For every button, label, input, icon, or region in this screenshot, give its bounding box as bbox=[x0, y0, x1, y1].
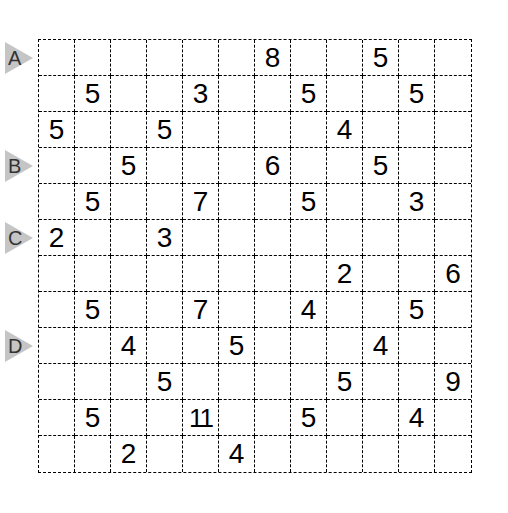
cell-r11c12[interactable] bbox=[435, 400, 471, 436]
clue-cell-r9c3[interactable]: 4 bbox=[111, 328, 147, 364]
cell-r4c9[interactable] bbox=[327, 148, 363, 184]
clue-cell-r11c5[interactable]: 11 bbox=[183, 400, 219, 436]
cell-r7c11[interactable] bbox=[399, 256, 435, 292]
cell-r5c1[interactable] bbox=[39, 184, 75, 220]
clue-cell-r2c5[interactable]: 3 bbox=[183, 76, 219, 112]
cell-r7c5[interactable] bbox=[183, 256, 219, 292]
row-marker-label: B bbox=[8, 155, 21, 178]
clue-cell-r9c6[interactable]: 5 bbox=[219, 328, 255, 364]
cell-r4c5[interactable] bbox=[183, 148, 219, 184]
cell-r4c4[interactable] bbox=[147, 148, 183, 184]
cell-r8c6[interactable] bbox=[219, 292, 255, 328]
cell-r11c3[interactable] bbox=[111, 400, 147, 436]
clue-cell-r6c4[interactable]: 3 bbox=[147, 220, 183, 256]
cell-r1c3[interactable] bbox=[111, 40, 147, 76]
cell-r3c12[interactable] bbox=[435, 112, 471, 148]
cell-r10c7[interactable] bbox=[255, 364, 291, 400]
clue-cell-r11c8[interactable]: 5 bbox=[291, 400, 327, 436]
cell-r1c9[interactable] bbox=[327, 40, 363, 76]
cell-r7c6[interactable] bbox=[219, 256, 255, 292]
clue-cell-r11c2[interactable]: 5 bbox=[75, 400, 111, 436]
clue-cell-r5c8[interactable]: 5 bbox=[291, 184, 327, 220]
cell-r1c6[interactable] bbox=[219, 40, 255, 76]
row-marker-label: C bbox=[8, 227, 22, 250]
cell-r1c8[interactable] bbox=[291, 40, 327, 76]
cell-r11c10[interactable] bbox=[363, 400, 399, 436]
cell-r9c11[interactable] bbox=[399, 328, 435, 364]
cell-r2c3[interactable] bbox=[111, 76, 147, 112]
cell-r1c4[interactable] bbox=[147, 40, 183, 76]
cell-r6c7[interactable] bbox=[255, 220, 291, 256]
cell-r2c6[interactable] bbox=[219, 76, 255, 112]
cell-r5c12[interactable] bbox=[435, 184, 471, 220]
clue-cell-r2c2[interactable]: 5 bbox=[75, 76, 111, 112]
clue-cell-r2c11[interactable]: 5 bbox=[399, 76, 435, 112]
cell-r9c5[interactable] bbox=[183, 328, 219, 364]
cell-r7c2[interactable] bbox=[75, 256, 111, 292]
clue-cell-r5c11[interactable]: 3 bbox=[399, 184, 435, 220]
cell-r5c10[interactable] bbox=[363, 184, 399, 220]
clue-cell-r3c4[interactable]: 5 bbox=[147, 112, 183, 148]
cell-r12c12[interactable] bbox=[435, 436, 471, 472]
cell-r9c9[interactable] bbox=[327, 328, 363, 364]
clue-cell-r12c3[interactable]: 2 bbox=[111, 436, 147, 472]
cell-r8c1[interactable] bbox=[39, 292, 75, 328]
cell-r7c8[interactable] bbox=[291, 256, 327, 292]
cell-r4c11[interactable] bbox=[399, 148, 435, 184]
cell-r9c1[interactable] bbox=[39, 328, 75, 364]
cell-r1c11[interactable] bbox=[399, 40, 435, 76]
row-marker-d: D bbox=[4, 328, 38, 364]
cell-r7c1[interactable] bbox=[39, 256, 75, 292]
clue-cell-r7c12[interactable]: 6 bbox=[435, 256, 471, 292]
cell-r4c8[interactable] bbox=[291, 148, 327, 184]
cell-r6c3[interactable] bbox=[111, 220, 147, 256]
cell-r9c2[interactable] bbox=[75, 328, 111, 364]
cell-r5c6[interactable] bbox=[219, 184, 255, 220]
clue-cell-r5c2[interactable]: 5 bbox=[75, 184, 111, 220]
clue-cell-r1c7[interactable]: 8 bbox=[255, 40, 291, 76]
cell-r6c6[interactable] bbox=[219, 220, 255, 256]
cell-r6c8[interactable] bbox=[291, 220, 327, 256]
cell-r6c2[interactable] bbox=[75, 220, 111, 256]
cell-r3c8[interactable] bbox=[291, 112, 327, 148]
cell-r10c1[interactable] bbox=[39, 364, 75, 400]
clue-cell-r8c8[interactable]: 4 bbox=[291, 292, 327, 328]
clue-cell-r8c2[interactable]: 5 bbox=[75, 292, 111, 328]
cell-r12c8[interactable] bbox=[291, 436, 327, 472]
row-marker-label: A bbox=[8, 47, 21, 70]
cell-r3c3[interactable] bbox=[111, 112, 147, 148]
cell-r12c4[interactable] bbox=[147, 436, 183, 472]
cell-r10c8[interactable] bbox=[291, 364, 327, 400]
clue-cell-r10c12[interactable]: 9 bbox=[435, 364, 471, 400]
cell-r11c4[interactable] bbox=[147, 400, 183, 436]
cell-r11c9[interactable] bbox=[327, 400, 363, 436]
cell-r8c7[interactable] bbox=[255, 292, 291, 328]
cell-r12c1[interactable] bbox=[39, 436, 75, 472]
cell-r12c10[interactable] bbox=[363, 436, 399, 472]
cell-r12c2[interactable] bbox=[75, 436, 111, 472]
cell-r10c10[interactable] bbox=[363, 364, 399, 400]
cell-r10c5[interactable] bbox=[183, 364, 219, 400]
cell-r1c1[interactable] bbox=[39, 40, 75, 76]
cell-r10c6[interactable] bbox=[219, 364, 255, 400]
clue-cell-r10c9[interactable]: 5 bbox=[327, 364, 363, 400]
cell-r10c3[interactable] bbox=[111, 364, 147, 400]
clue-cell-r4c7[interactable]: 6 bbox=[255, 148, 291, 184]
cell-r10c11[interactable] bbox=[399, 364, 435, 400]
clue-cell-r5c5[interactable]: 7 bbox=[183, 184, 219, 220]
cell-r9c8[interactable] bbox=[291, 328, 327, 364]
cell-r2c4[interactable] bbox=[147, 76, 183, 112]
cell-r11c1[interactable] bbox=[39, 400, 75, 436]
cell-r6c10[interactable] bbox=[363, 220, 399, 256]
cell-r12c5[interactable] bbox=[183, 436, 219, 472]
cell-r2c12[interactable] bbox=[435, 76, 471, 112]
clue-cell-r3c9[interactable]: 4 bbox=[327, 112, 363, 148]
clue-cell-r8c11[interactable]: 5 bbox=[399, 292, 435, 328]
clue-cell-r11c11[interactable]: 4 bbox=[399, 400, 435, 436]
cell-r4c12[interactable] bbox=[435, 148, 471, 184]
cell-r11c6[interactable] bbox=[219, 400, 255, 436]
cell-r12c7[interactable] bbox=[255, 436, 291, 472]
row-marker-a: A bbox=[4, 40, 38, 76]
row-marker-c: C bbox=[4, 220, 38, 256]
cell-r1c2[interactable] bbox=[75, 40, 111, 76]
cell-r5c4[interactable] bbox=[147, 184, 183, 220]
cell-r11c7[interactable] bbox=[255, 400, 291, 436]
cell-r3c10[interactable] bbox=[363, 112, 399, 148]
cell-r7c7[interactable] bbox=[255, 256, 291, 292]
clue-cell-r1c10[interactable]: 5 bbox=[363, 40, 399, 76]
cell-r6c12[interactable] bbox=[435, 220, 471, 256]
cell-r8c12[interactable] bbox=[435, 292, 471, 328]
clue-cell-r10c4[interactable]: 5 bbox=[147, 364, 183, 400]
cell-r9c4[interactable] bbox=[147, 328, 183, 364]
cell-r7c3[interactable] bbox=[111, 256, 147, 292]
cell-r1c5[interactable] bbox=[183, 40, 219, 76]
cell-r3c5[interactable] bbox=[183, 112, 219, 148]
clue-cell-r4c10[interactable]: 5 bbox=[363, 148, 399, 184]
cell-r2c1[interactable] bbox=[39, 76, 75, 112]
cell-r4c2[interactable] bbox=[75, 148, 111, 184]
puzzle-page: 8553555545655753232657454545595115424 AB… bbox=[0, 0, 508, 513]
cell-r4c6[interactable] bbox=[219, 148, 255, 184]
cell-r12c9[interactable] bbox=[327, 436, 363, 472]
cell-r6c11[interactable] bbox=[399, 220, 435, 256]
row-marker-label: D bbox=[8, 335, 22, 358]
clue-cell-r2c8[interactable]: 5 bbox=[291, 76, 327, 112]
cell-r2c9[interactable] bbox=[327, 76, 363, 112]
cell-r3c11[interactable] bbox=[399, 112, 435, 148]
clue-cell-r12c6[interactable]: 4 bbox=[219, 436, 255, 472]
cell-r3c6[interactable] bbox=[219, 112, 255, 148]
cell-r8c4[interactable] bbox=[147, 292, 183, 328]
clue-cell-r7c9[interactable]: 2 bbox=[327, 256, 363, 292]
puzzle-board: 8553555545655753232657454545595115424 bbox=[38, 39, 472, 473]
cell-r3c2[interactable] bbox=[75, 112, 111, 148]
cell-r9c12[interactable] bbox=[435, 328, 471, 364]
cell-r9c7[interactable] bbox=[255, 328, 291, 364]
clue-cell-r3c1[interactable]: 5 bbox=[39, 112, 75, 148]
cell-r7c10[interactable] bbox=[363, 256, 399, 292]
cell-r5c7[interactable] bbox=[255, 184, 291, 220]
clue-cell-r4c3[interactable]: 5 bbox=[111, 148, 147, 184]
cell-r6c5[interactable] bbox=[183, 220, 219, 256]
cell-r6c9[interactable] bbox=[327, 220, 363, 256]
cell-r5c9[interactable] bbox=[327, 184, 363, 220]
clue-cell-r9c10[interactable]: 4 bbox=[363, 328, 399, 364]
cell-r1c12[interactable] bbox=[435, 40, 471, 76]
cell-r7c4[interactable] bbox=[147, 256, 183, 292]
cell-r4c1[interactable] bbox=[39, 148, 75, 184]
clue-cell-r6c1[interactable]: 2 bbox=[39, 220, 75, 256]
cell-r10c2[interactable] bbox=[75, 364, 111, 400]
cell-r2c10[interactable] bbox=[363, 76, 399, 112]
cell-r2c7[interactable] bbox=[255, 76, 291, 112]
cell-r8c9[interactable] bbox=[327, 292, 363, 328]
cell-r3c7[interactable] bbox=[255, 112, 291, 148]
cell-r8c10[interactable] bbox=[363, 292, 399, 328]
row-marker-b: B bbox=[4, 148, 38, 184]
cell-r12c11[interactable] bbox=[399, 436, 435, 472]
cell-r5c3[interactable] bbox=[111, 184, 147, 220]
cell-r8c3[interactable] bbox=[111, 292, 147, 328]
clue-cell-r8c5[interactable]: 7 bbox=[183, 292, 219, 328]
